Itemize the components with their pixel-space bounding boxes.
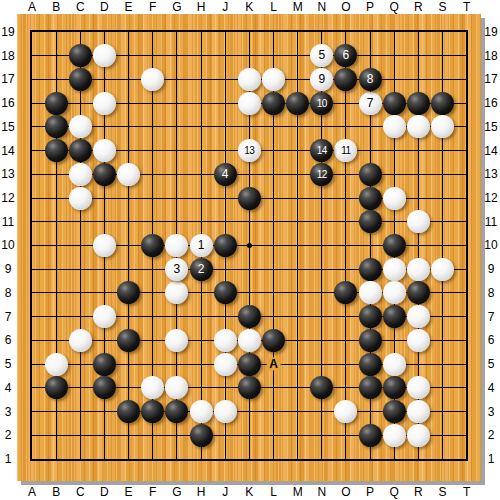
move-number: 7 [359,92,382,115]
white-stone [117,163,140,186]
white-stone [383,115,406,138]
white-stone: 13 [238,139,261,162]
black-stone: 12 [310,163,333,186]
black-stone [117,400,140,423]
black-stone [45,376,68,399]
coord-label-left: 13 [1,167,14,181]
coord-label-right: 15 [484,120,497,134]
move-number: 6 [334,44,357,67]
coord-label-bottom: F [149,485,156,499]
move-number: 8 [359,68,382,91]
white-stone [93,234,116,257]
move-number: 2 [190,258,213,281]
black-stone [359,305,382,328]
white-stone [407,258,430,281]
coord-label-right: 18 [484,49,497,63]
coord-label-right: 19 [484,25,497,39]
black-stone [238,305,261,328]
coord-label-top: C [76,0,85,14]
black-stone [190,424,213,447]
coord-label-right: 1 [488,452,495,466]
white-stone: 1 [190,234,213,257]
white-stone [238,68,261,91]
white-stone [407,210,430,233]
coord-label-bottom: B [52,485,60,499]
coord-label-top: N [317,0,326,14]
coord-label-top: B [52,0,60,14]
white-stone [431,258,454,281]
move-number: 9 [310,68,333,91]
white-stone [214,400,237,423]
coord-label-bottom: M [293,485,303,499]
coord-label-right: 10 [484,238,497,252]
coord-label-right: 4 [488,381,495,395]
white-stone [359,281,382,304]
coord-label-left: 10 [1,238,14,252]
coord-label-bottom: E [125,485,133,499]
black-stone [93,353,116,376]
coord-label-top: L [270,0,277,14]
white-stone [214,353,237,376]
coord-label-top: A [28,0,36,14]
white-stone [69,163,92,186]
coord-label-left: 11 [2,215,14,229]
coord-label-left: 19 [1,25,14,39]
coord-label-right: 2 [488,428,495,442]
white-stone [407,305,430,328]
move-number: 11 [334,139,357,162]
coord-label-bottom: D [100,485,109,499]
black-stone [262,92,285,115]
black-stone: 4 [214,163,237,186]
coord-label-bottom: G [172,485,181,499]
coord-label-left: 14 [1,144,14,158]
black-stone [359,258,382,281]
white-stone [69,329,92,352]
coord-label-top: O [341,0,350,14]
move-number: 3 [165,258,188,281]
coord-label-left: 6 [5,333,12,347]
coord-label-bottom: C [76,485,85,499]
coord-label-top: E [125,0,133,14]
black-stone [359,376,382,399]
black-stone [69,68,92,91]
coord-label-right: 13 [484,167,497,181]
coord-label-right: 8 [488,286,495,300]
coord-label-bottom: K [245,485,253,499]
black-stone [117,329,140,352]
black-stone [431,92,454,115]
move-number: 10 [310,92,333,115]
coord-label-bottom: A [28,485,36,499]
white-stone [238,329,261,352]
black-stone: 10 [310,92,333,115]
coord-label-left: 17 [1,72,14,86]
white-stone [238,92,261,115]
coord-label-left: 4 [5,381,12,395]
star-point [247,243,252,248]
black-stone [262,329,285,352]
coord-label-right: 11 [485,215,497,229]
coord-label-top: G [172,0,181,14]
move-number: 1 [190,234,213,257]
black-stone: 8 [359,68,382,91]
coord-label-top: M [293,0,303,14]
white-stone [383,353,406,376]
black-stone [359,163,382,186]
coord-label-right: 16 [484,96,497,110]
black-stone [238,376,261,399]
white-stone [214,329,237,352]
black-stone [383,376,406,399]
coord-label-bottom: S [439,485,447,499]
white-stone: 7 [359,92,382,115]
white-stone [93,92,116,115]
coord-label-left: 3 [5,405,12,419]
coord-label-top: F [149,0,156,14]
black-stone [45,139,68,162]
black-stone: 6 [334,44,357,67]
move-number: 12 [310,163,333,186]
black-stone [93,163,116,186]
white-stone [407,424,430,447]
coord-label-bottom: H [197,485,206,499]
white-stone [69,187,92,210]
black-stone [286,92,309,115]
coord-label-left: 1 [5,452,12,466]
black-stone [359,329,382,352]
coord-label-top: R [414,0,423,14]
black-stone [238,187,261,210]
go-diagram: 1234567891011121314AAABBCCDDEEFFGGHHJJKK… [0,0,500,500]
coord-label-left: 15 [1,120,14,134]
black-stone [359,210,382,233]
coord-label-top: K [245,0,253,14]
coord-label-left: 5 [5,357,12,371]
white-stone [93,305,116,328]
black-stone [45,115,68,138]
move-number: 4 [214,163,237,186]
move-number: 5 [310,44,333,67]
coord-label-top: D [100,0,109,14]
white-stone [407,400,430,423]
black-stone: 14 [310,139,333,162]
black-stone [359,424,382,447]
white-stone [262,68,285,91]
coord-label-right: 6 [488,333,495,347]
white-stone: 3 [165,258,188,281]
black-stone [407,92,430,115]
coord-label-top: P [366,0,374,14]
white-stone: 11 [334,139,357,162]
black-stone [383,92,406,115]
coord-label-left: 16 [1,96,14,110]
coord-label-bottom: J [222,485,228,499]
black-stone [214,234,237,257]
white-stone: 5 [310,44,333,67]
move-number: 13 [238,139,261,162]
black-stone: 2 [190,258,213,281]
coord-label-right: 17 [484,72,497,86]
white-stone [93,44,116,67]
white-stone: 9 [310,68,333,91]
coord-label-top: S [439,0,447,14]
white-stone [190,400,213,423]
coord-label-right: 7 [488,310,495,324]
coord-label-right: 12 [484,191,497,205]
coord-label-bottom: Q [390,485,399,499]
black-stone [383,400,406,423]
coord-label-bottom: N [317,485,326,499]
black-stone [69,139,92,162]
coord-label-left: 9 [5,262,12,276]
white-stone [383,281,406,304]
coord-label-left: 8 [5,286,12,300]
coord-label-top: H [197,0,206,14]
coord-label-top: Q [390,0,399,14]
white-stone [45,353,68,376]
coord-label-bottom: O [341,485,350,499]
coord-label-right: 9 [488,262,495,276]
coord-label-bottom: R [414,485,423,499]
black-stone [383,305,406,328]
black-stone [238,353,261,376]
black-stone [45,92,68,115]
white-stone [407,329,430,352]
coord-label-bottom: T [463,485,470,499]
white-stone [383,424,406,447]
white-stone [93,139,116,162]
coord-label-right: 14 [484,144,497,158]
coord-label-bottom: P [366,485,374,499]
black-stone [69,44,92,67]
coord-label-left: 12 [1,191,14,205]
coord-label-left: 7 [5,310,12,324]
white-stone [383,187,406,210]
coord-label-right: 5 [488,357,495,371]
coord-label-top: J [222,0,228,14]
coord-label-top: T [463,0,470,14]
black-stone [359,187,382,210]
coord-label-bottom: L [270,485,277,499]
coord-label-left: 2 [5,428,12,442]
white-stone [383,258,406,281]
coord-label-left: 18 [1,49,14,63]
black-stone [214,281,237,304]
point-label-A: A [266,358,281,371]
move-number: 14 [310,139,333,162]
black-stone [383,234,406,257]
black-stone [359,353,382,376]
coord-label-right: 3 [488,405,495,419]
